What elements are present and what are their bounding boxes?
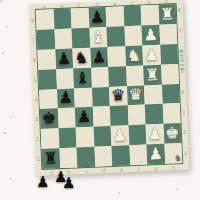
square-e2[interactable]: ♟: [111, 125, 129, 146]
square-g6[interactable]: ♟: [142, 45, 160, 66]
square-f2[interactable]: [128, 125, 146, 146]
square-c6[interactable]: ♞: [72, 48, 90, 69]
square-e8[interactable]: [106, 6, 124, 27]
square-d4[interactable]: [91, 87, 109, 108]
square-e3[interactable]: [110, 106, 128, 127]
square-h8[interactable]: ♜: [158, 4, 176, 25]
rank-label-8: 8: [178, 7, 181, 13]
piece-white-pawn: ♟: [147, 126, 162, 143]
square-a4[interactable]: [39, 89, 57, 110]
square-h4[interactable]: [161, 84, 179, 105]
square-h7[interactable]: [159, 24, 177, 45]
square-c2[interactable]: [76, 127, 94, 148]
rank-label-4: 4: [181, 89, 184, 95]
square-a5[interactable]: [38, 69, 56, 90]
square-e5[interactable]: [108, 66, 126, 87]
square-a6[interactable]: [37, 49, 55, 70]
captured-black-pawn: ♟: [36, 175, 49, 190]
rank-label-2: 2: [183, 129, 186, 135]
square-f6[interactable]: ♞: [125, 45, 143, 66]
rank-label-1: 1: [184, 150, 187, 156]
piece-white-rook: ♜: [145, 66, 160, 83]
piece-black-knight: ♞: [74, 50, 89, 67]
square-h2[interactable]: ♚: [163, 123, 181, 144]
rank-label-3: 3: [35, 116, 38, 122]
brand-text: CHESS: [179, 50, 186, 72]
square-f1[interactable]: [129, 145, 147, 166]
piece-white-pawn: ♟: [144, 47, 159, 64]
piece-black-pawn: ♟: [91, 49, 106, 66]
square-d2[interactable]: [93, 126, 111, 147]
square-f4[interactable]: ♛: [126, 85, 144, 106]
table-specks: [0, 0, 2, 2]
piece-white-knight: ♞: [126, 47, 141, 64]
square-e1[interactable]: [111, 145, 129, 166]
square-c4[interactable]: [74, 87, 92, 108]
piece-white-king: ♚: [165, 125, 180, 142]
rank-label-5: 5: [33, 77, 36, 83]
file-label-c: c: [85, 168, 88, 174]
square-c5[interactable]: ♝: [73, 67, 91, 88]
piece-white-rook: ♜: [160, 6, 175, 23]
file-label-h: h: [172, 164, 175, 170]
square-g1[interactable]: ♟: [146, 144, 164, 165]
square-b3[interactable]: [57, 108, 75, 129]
square-b1[interactable]: [59, 148, 77, 169]
square-g5[interactable]: ♜: [143, 64, 161, 85]
square-c8[interactable]: [71, 8, 89, 29]
square-g2[interactable]: ♟: [146, 124, 164, 145]
square-c1[interactable]: [77, 147, 95, 168]
chess-mat: abcdefgh abcdefgh 87654321 87654321 CHES…: [28, 0, 189, 176]
square-d6[interactable]: ♟: [90, 47, 108, 68]
piece-black-pawn: ♟: [57, 50, 72, 67]
piece-white-pawn: ♟: [148, 146, 163, 163]
square-b8[interactable]: [53, 9, 71, 30]
file-label-f: f: [138, 166, 140, 172]
piece-black-bishop: ♝: [75, 69, 90, 86]
square-g8[interactable]: [141, 5, 159, 26]
piece-black-pawn: ♟: [90, 9, 105, 26]
rank-label-4: 4: [34, 96, 37, 102]
square-d5[interactable]: [91, 67, 109, 88]
square-f7[interactable]: [124, 25, 142, 46]
square-b5[interactable]: [56, 68, 74, 89]
square-h5[interactable]: [161, 64, 179, 85]
rank-label-7: 7: [32, 37, 35, 43]
piece-white-pawn: ♟: [112, 127, 127, 144]
rank-label-1: 1: [37, 156, 40, 162]
file-label-g: g: [154, 165, 157, 171]
square-b2[interactable]: [58, 128, 76, 149]
rank-label-6: 6: [33, 57, 36, 63]
square-d7[interactable]: ♝: [89, 27, 107, 48]
rank-label-2: 2: [36, 136, 39, 142]
square-f5[interactable]: [126, 65, 144, 86]
square-c3[interactable]: ♟: [75, 107, 93, 128]
square-f3[interactable]: [127, 105, 145, 126]
square-c7[interactable]: [72, 28, 90, 49]
square-e6[interactable]: [107, 46, 125, 67]
rank-label-8: 8: [31, 17, 34, 23]
corner-logo-knight-icon: ♞: [174, 154, 182, 163]
table-surface: abcdefgh abcdefgh 87654321 87654321 CHES…: [0, 0, 200, 200]
square-a2[interactable]: [41, 128, 59, 149]
piece-black-rook: ♜: [43, 150, 58, 167]
rank-label-7: 7: [178, 27, 181, 33]
square-b7[interactable]: [54, 28, 72, 49]
square-e4[interactable]: ♛: [109, 86, 127, 107]
piece-black-queen: ♛: [111, 88, 126, 105]
piece-black-pawn: ♟: [76, 109, 91, 126]
square-d1[interactable]: [94, 146, 112, 167]
square-h6[interactable]: [160, 44, 178, 65]
square-a3[interactable]: ♚: [40, 109, 58, 130]
square-f8[interactable]: [123, 6, 141, 27]
square-g3[interactable]: [145, 104, 163, 125]
square-b6[interactable]: ♟: [55, 48, 73, 69]
chess-board: ♟♜♝♟♟♞♟♞♟♝♜♟♛♛♚♟♟♟♚♜♟♞: [36, 4, 183, 169]
file-label-a: a: [50, 169, 53, 175]
square-a7[interactable]: [37, 29, 55, 50]
file-label-e: e: [120, 166, 123, 172]
square-h3[interactable]: [162, 103, 180, 124]
captured-black-pawn: ♟: [62, 176, 75, 191]
piece-white-bishop: ♝: [91, 29, 106, 46]
square-e7[interactable]: [106, 26, 124, 47]
square-d8[interactable]: ♟: [88, 7, 106, 28]
piece-white-pawn: ♟: [143, 27, 158, 44]
piece-white-queen: ♛: [128, 87, 143, 104]
square-h1[interactable]: ♞: [164, 143, 182, 164]
square-a1[interactable]: ♜: [42, 148, 60, 169]
square-d3[interactable]: [92, 106, 110, 127]
file-label-d: d: [102, 167, 105, 173]
rank-label-3: 3: [182, 109, 185, 115]
piece-black-pawn: ♟: [58, 90, 73, 107]
square-b4[interactable]: ♟: [57, 88, 75, 109]
square-a8[interactable]: [36, 9, 54, 30]
piece-black-king: ♚: [42, 111, 57, 128]
square-g4[interactable]: [144, 84, 162, 105]
square-g7[interactable]: ♟: [141, 25, 159, 46]
